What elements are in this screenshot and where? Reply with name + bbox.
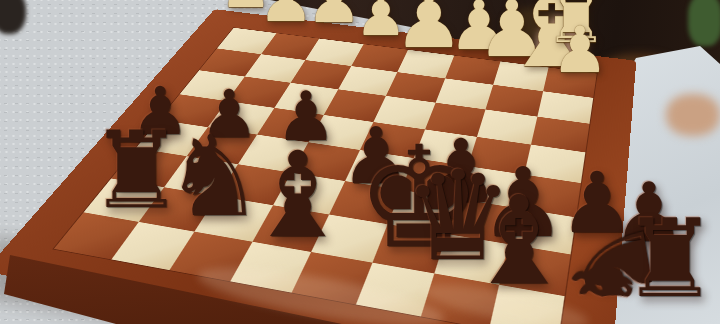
white-pawn[interactable]: ♟ — [306, 0, 362, 32]
chess-photo-scene: ♟♟♟♟♟♟♟♝♜♟♟♟♟♟♟♜♞♟♟♝♟♚♛♝♞♜ — [0, 0, 720, 324]
pieces-layer: ♟♟♟♟♟♟♟♝♜♟♟♟♟♟♟♜♞♟♟♝♟♚♛♝♞♜ — [0, 0, 720, 324]
white-pawn[interactable]: ♟ — [551, 18, 608, 82]
black-bishop[interactable]: ♝ — [245, 136, 351, 254]
black-rook[interactable]: ♜ — [622, 205, 719, 313]
